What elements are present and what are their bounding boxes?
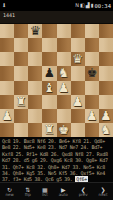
square-a6[interactable] [0, 52, 14, 66]
square-c7[interactable] [28, 38, 42, 52]
square-h8[interactable] [99, 24, 113, 38]
square-f2[interactable] [71, 109, 85, 123]
nfc-icon: N [75, 3, 79, 8]
prev-label: prev [79, 193, 88, 197]
square-b4[interactable] [14, 81, 28, 95]
square-b5[interactable] [14, 66, 28, 80]
square-d2[interactable] [42, 109, 56, 123]
white-pawn-piece[interactable]: ♟ [85, 109, 99, 123]
black-king-piece[interactable]: ♚ [85, 66, 99, 80]
new-button[interactable]: ↻new [5, 186, 13, 197]
square-f4[interactable] [71, 81, 85, 95]
new-label: new [5, 193, 13, 197]
status-bar-left: ⬇ [2, 3, 6, 8]
square-d1[interactable]: ♜ [42, 123, 56, 137]
square-c2[interactable] [28, 109, 42, 123]
square-f3[interactable]: ♟ [71, 95, 85, 109]
square-h3[interactable] [99, 95, 113, 109]
list-button[interactable]: ▦list [42, 186, 48, 197]
square-f1[interactable] [71, 123, 85, 137]
move-line[interactable]: Be8 22. Nd5+ Ke8 23. Nd7 Ne7 24. Bd7+ [2, 144, 111, 150]
move-list[interactable]: Qc8 19. Bxc8 Nf6 20. Be6+ Kf8 21. Qd8+Be… [0, 137, 113, 182]
square-a5[interactable] [0, 66, 14, 80]
square-h2[interactable]: ♟ [99, 109, 113, 123]
white-queen-piece[interactable]: ♛ [71, 52, 85, 66]
square-b2[interactable] [14, 109, 28, 123]
notification-icon: ⬇ [2, 3, 6, 8]
next-label: next [99, 193, 108, 197]
square-b8[interactable] [14, 24, 28, 38]
white-rook-piece[interactable]: ♜ [42, 123, 56, 137]
square-a4[interactable] [0, 81, 14, 95]
header-strip: 1441 [0, 11, 113, 24]
square-d5[interactable]: ♟ [42, 66, 56, 80]
square-g3[interactable] [85, 95, 99, 109]
square-g7[interactable] [85, 38, 99, 52]
flip-label: flip [25, 193, 31, 197]
white-pawn-piece[interactable]: ♟ [99, 109, 113, 123]
white-knight-piece[interactable]: ♞ [99, 123, 113, 137]
square-e7[interactable] [57, 38, 71, 52]
square-g1[interactable] [85, 123, 99, 137]
white-pawn-piece[interactable]: ♟ [57, 81, 71, 95]
white-rook-piece[interactable]: ♜ [14, 95, 28, 109]
clock-time: 00:34 [94, 3, 111, 9]
square-e4[interactable]: ♟ [57, 81, 71, 95]
square-c8[interactable]: ♛ [28, 24, 42, 38]
square-c5[interactable] [28, 66, 42, 80]
square-b3[interactable]: ♜ [14, 95, 28, 109]
square-h7[interactable] [99, 38, 113, 52]
black-pawn-piece[interactable]: ♟ [42, 66, 56, 80]
square-h5[interactable] [99, 66, 113, 80]
white-pawn-piece[interactable]: ♟ [0, 109, 14, 123]
signal-icon: ▟ [86, 3, 90, 8]
prev-button[interactable]: ❮prev [79, 186, 88, 197]
square-f5[interactable] [71, 66, 85, 80]
square-d8[interactable] [42, 24, 56, 38]
white-pawn-piece[interactable]: ♟ [71, 95, 85, 109]
battery-icon: ▮ [91, 3, 94, 8]
vibrate-icon: ◧ [80, 3, 85, 8]
square-g6[interactable] [85, 52, 99, 66]
square-h6[interactable] [99, 52, 113, 66]
square-h4[interactable] [99, 81, 113, 95]
square-a3[interactable] [0, 95, 14, 109]
move-line[interactable]: Kd7 28. d5 g6 29. Qxg6 Kc8 30. Qg8+ Kd7 [2, 157, 111, 163]
square-b1[interactable] [14, 123, 28, 137]
status-bar: ⬇ N ◧ ▟ ▮ 00:34 [0, 0, 113, 11]
square-g5[interactable]: ♚ [85, 66, 99, 80]
auto-button[interactable]: ▶auto [59, 186, 68, 197]
black-queen-piece[interactable]: ♛ [28, 24, 42, 38]
square-b7[interactable] [14, 38, 28, 52]
square-b6[interactable] [14, 52, 28, 66]
square-c4[interactable] [28, 81, 42, 95]
square-c1[interactable] [28, 123, 42, 137]
square-e2[interactable] [57, 109, 71, 123]
square-e8[interactable] [57, 24, 71, 38]
square-e3[interactable] [57, 95, 71, 109]
square-a2[interactable]: ♟ [0, 109, 14, 123]
square-g4[interactable] [85, 81, 99, 95]
square-f8[interactable] [71, 24, 85, 38]
flip-button[interactable]: ⇅flip [25, 186, 31, 197]
chess-board: ♛♛♟♞♚♝♟♜♟♟♟♟♜♚♞ [0, 24, 113, 137]
square-a7[interactable] [0, 38, 14, 52]
white-bishop-piece[interactable]: ♝ [42, 81, 56, 95]
square-a8[interactable] [0, 24, 14, 38]
square-e1[interactable]: ♚ [57, 123, 71, 137]
square-d4[interactable]: ♝ [42, 81, 56, 95]
square-f7[interactable] [71, 38, 85, 52]
square-d6[interactable] [42, 52, 56, 66]
square-c6[interactable] [28, 52, 42, 66]
square-g2[interactable]: ♟ [85, 109, 99, 123]
white-knight-piece[interactable]: ♞ [57, 66, 71, 80]
square-g8[interactable] [85, 24, 99, 38]
square-h1[interactable]: ♞ [99, 123, 113, 137]
square-a1[interactable] [0, 123, 14, 137]
status-bar-right: N ◧ ▟ ▮ 00:34 [75, 3, 111, 9]
square-f6[interactable]: ♛ [71, 52, 85, 66]
white-king-piece[interactable]: ♚ [57, 123, 71, 137]
rating-label: 1441 [3, 12, 15, 18]
square-d3[interactable] [42, 95, 56, 109]
list-label: list [42, 193, 48, 197]
square-d7[interactable] [42, 38, 56, 52]
square-c3[interactable] [28, 95, 42, 109]
replay-toolbar: ↻new⇅flip▦list▶auto❮prev❯next [0, 182, 113, 200]
square-e5[interactable]: ♞ [57, 66, 71, 80]
next-button[interactable]: ❯next [99, 186, 108, 197]
square-e6[interactable] [57, 52, 71, 66]
auto-label: auto [59, 193, 68, 197]
chess-app-screen: ⬇ N ◧ ▟ ▮ 00:34 1441 ♛♛♟♞♚♝♟♜♟♟♟♟♜♚♞ Qc8… [0, 0, 113, 200]
